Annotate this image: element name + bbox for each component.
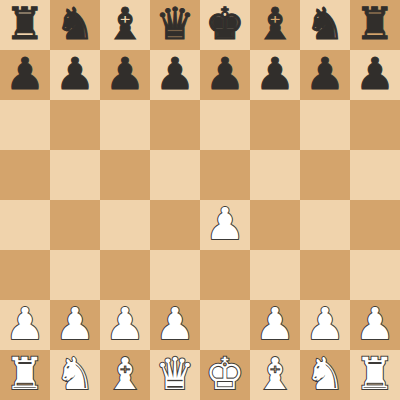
square-d8[interactable]: ♛ [150,0,200,50]
square-e1[interactable]: ♚ [200,350,250,400]
black-pawn[interactable]: ♟ [305,49,344,99]
square-d3[interactable] [150,250,200,300]
black-pawn[interactable]: ♟ [205,49,244,99]
square-h8[interactable]: ♜ [350,0,400,50]
square-f8[interactable]: ♝ [250,0,300,50]
square-g4[interactable] [300,200,350,250]
white-pawn[interactable]: ♟ [355,299,394,349]
square-e3[interactable] [200,250,250,300]
black-rook[interactable]: ♜ [355,0,394,49]
black-king[interactable]: ♚ [205,0,244,49]
square-e8[interactable]: ♚ [200,0,250,50]
square-e4[interactable]: ♟ [200,200,250,250]
white-bishop[interactable]: ♝ [105,349,144,399]
square-e5[interactable] [200,150,250,200]
black-pawn[interactable]: ♟ [105,49,144,99]
square-h4[interactable] [350,200,400,250]
black-pawn[interactable]: ♟ [55,49,94,99]
square-e7[interactable]: ♟ [200,50,250,100]
white-knight[interactable]: ♞ [305,349,344,399]
square-b7[interactable]: ♟ [50,50,100,100]
square-f7[interactable]: ♟ [250,50,300,100]
square-d4[interactable] [150,200,200,250]
square-a7[interactable]: ♟ [0,50,50,100]
square-h2[interactable]: ♟ [350,300,400,350]
white-pawn[interactable]: ♟ [5,299,44,349]
square-f4[interactable] [250,200,300,250]
square-c8[interactable]: ♝ [100,0,150,50]
square-e2[interactable] [200,300,250,350]
square-g1[interactable]: ♞ [300,350,350,400]
square-g3[interactable] [300,250,350,300]
black-pawn[interactable]: ♟ [155,49,194,99]
black-bishop[interactable]: ♝ [255,0,294,49]
black-rook[interactable]: ♜ [5,0,44,49]
square-d6[interactable] [150,100,200,150]
white-pawn[interactable]: ♟ [255,299,294,349]
square-f5[interactable] [250,150,300,200]
square-h1[interactable]: ♜ [350,350,400,400]
square-b1[interactable]: ♞ [50,350,100,400]
white-pawn[interactable]: ♟ [105,299,144,349]
square-a8[interactable]: ♜ [0,0,50,50]
square-g5[interactable] [300,150,350,200]
square-c3[interactable] [100,250,150,300]
white-pawn[interactable]: ♟ [155,299,194,349]
square-a1[interactable]: ♜ [0,350,50,400]
square-d1[interactable]: ♛ [150,350,200,400]
black-knight[interactable]: ♞ [305,0,344,49]
square-c4[interactable] [100,200,150,250]
square-h7[interactable]: ♟ [350,50,400,100]
square-f1[interactable]: ♝ [250,350,300,400]
square-d7[interactable]: ♟ [150,50,200,100]
square-c5[interactable] [100,150,150,200]
square-b5[interactable] [50,150,100,200]
square-a5[interactable] [0,150,50,200]
white-king[interactable]: ♚ [205,349,244,399]
square-g2[interactable]: ♟ [300,300,350,350]
square-f3[interactable] [250,250,300,300]
black-pawn[interactable]: ♟ [255,49,294,99]
white-queen[interactable]: ♛ [155,349,194,399]
white-pawn[interactable]: ♟ [305,299,344,349]
square-c2[interactable]: ♟ [100,300,150,350]
square-b8[interactable]: ♞ [50,0,100,50]
square-b3[interactable] [50,250,100,300]
square-b4[interactable] [50,200,100,250]
square-a4[interactable] [0,200,50,250]
square-c1[interactable]: ♝ [100,350,150,400]
square-g8[interactable]: ♞ [300,0,350,50]
square-f6[interactable] [250,100,300,150]
square-e6[interactable] [200,100,250,150]
white-pawn[interactable]: ♟ [205,199,244,249]
chess-board: ♜♞♝♛♚♝♞♜♟♟♟♟♟♟♟♟♟♟♟♟♟♟♟♟♜♞♝♛♚♝♞♜ [0,0,400,400]
square-f2[interactable]: ♟ [250,300,300,350]
white-knight[interactable]: ♞ [55,349,94,399]
black-pawn[interactable]: ♟ [355,49,394,99]
black-knight[interactable]: ♞ [55,0,94,49]
square-h5[interactable] [350,150,400,200]
black-queen[interactable]: ♛ [155,0,194,49]
square-h3[interactable] [350,250,400,300]
black-bishop[interactable]: ♝ [105,0,144,49]
square-g7[interactable]: ♟ [300,50,350,100]
square-d2[interactable]: ♟ [150,300,200,350]
square-c6[interactable] [100,100,150,150]
square-b6[interactable] [50,100,100,150]
square-c7[interactable]: ♟ [100,50,150,100]
white-rook[interactable]: ♜ [5,349,44,399]
square-a2[interactable]: ♟ [0,300,50,350]
square-h6[interactable] [350,100,400,150]
white-rook[interactable]: ♜ [355,349,394,399]
black-pawn[interactable]: ♟ [5,49,44,99]
square-b2[interactable]: ♟ [50,300,100,350]
square-d5[interactable] [150,150,200,200]
white-pawn[interactable]: ♟ [55,299,94,349]
square-a6[interactable] [0,100,50,150]
square-g6[interactable] [300,100,350,150]
square-a3[interactable] [0,250,50,300]
white-bishop[interactable]: ♝ [255,349,294,399]
